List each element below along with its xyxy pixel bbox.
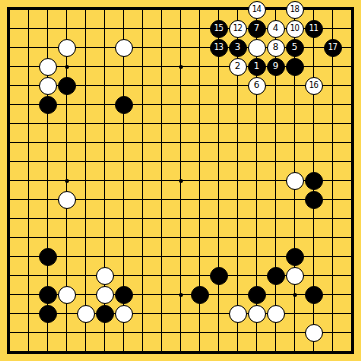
black-stone	[191, 286, 209, 304]
white-stone	[115, 305, 133, 323]
black-stone-move-13: 13	[210, 39, 228, 57]
black-stone	[267, 267, 285, 285]
white-stone	[305, 324, 323, 342]
black-stone	[305, 191, 323, 209]
white-stone	[58, 191, 76, 209]
white-stone-move-14: 14	[248, 1, 266, 19]
white-stone-move-8: 8	[267, 39, 285, 57]
white-stone	[248, 305, 266, 323]
white-stone	[248, 39, 266, 57]
white-stone-move-12: 12	[229, 20, 247, 38]
star-point	[65, 179, 69, 183]
black-stone	[58, 77, 76, 95]
white-stone	[115, 39, 133, 57]
black-stone-move-5: 5	[286, 39, 304, 57]
black-stone-move-7: 7	[248, 20, 266, 38]
black-stone	[286, 248, 304, 266]
black-stone	[210, 267, 228, 285]
black-stone	[115, 286, 133, 304]
black-stone	[39, 248, 57, 266]
white-stone	[286, 267, 304, 285]
white-stone	[39, 77, 57, 95]
star-point	[65, 65, 69, 69]
star-point	[179, 179, 183, 183]
star-point	[179, 293, 183, 297]
white-stone-move-2: 2	[229, 58, 247, 76]
black-stone	[96, 305, 114, 323]
white-stone	[77, 305, 95, 323]
black-stone	[248, 286, 266, 304]
black-stone	[305, 172, 323, 190]
black-stone-move-17: 17	[324, 39, 342, 57]
white-stone	[39, 58, 57, 76]
white-stone	[96, 286, 114, 304]
go-diagram: 141815127410111338517219616	[0, 0, 361, 361]
star-point	[293, 293, 297, 297]
white-stone-move-4: 4	[267, 20, 285, 38]
white-stone	[58, 286, 76, 304]
black-stone-move-11: 11	[305, 20, 323, 38]
black-stone	[115, 96, 133, 114]
white-stone	[58, 39, 76, 57]
black-stone	[39, 286, 57, 304]
black-stone	[39, 96, 57, 114]
black-stone-move-15: 15	[210, 20, 228, 38]
go-board: 141815127410111338517219616	[0, 0, 361, 361]
white-stone	[229, 305, 247, 323]
black-stone	[286, 58, 304, 76]
black-stone-move-1: 1	[248, 58, 266, 76]
black-stone-move-9: 9	[267, 58, 285, 76]
white-stone-move-6: 6	[248, 77, 266, 95]
white-stone	[96, 267, 114, 285]
white-stone-move-18: 18	[286, 1, 304, 19]
black-stone	[39, 305, 57, 323]
white-stone-move-16: 16	[305, 77, 323, 95]
white-stone	[286, 172, 304, 190]
white-stone-move-10: 10	[286, 20, 304, 38]
white-stone	[267, 305, 285, 323]
black-stone	[305, 286, 323, 304]
star-point	[179, 65, 183, 69]
black-stone-move-3: 3	[229, 39, 247, 57]
